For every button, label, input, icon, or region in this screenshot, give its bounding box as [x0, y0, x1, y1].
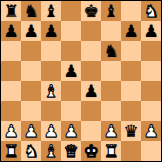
square-c4[interactable]: ♝ [41, 81, 61, 101]
square-a3[interactable] [1, 101, 21, 121]
square-h7[interactable]: ♟ [141, 21, 161, 41]
square-a2[interactable]: ♟ [1, 121, 21, 141]
square-d2[interactable]: ♟ [61, 121, 81, 141]
square-b1[interactable]: ♞ [21, 141, 41, 161]
white-pawn-a2[interactable]: ♟ [1, 121, 21, 141]
square-b3[interactable] [21, 101, 41, 121]
white-knight-b1[interactable]: ♞ [21, 141, 41, 161]
black-knight-f6[interactable]: ♞ [101, 41, 121, 61]
square-f5[interactable] [101, 61, 121, 81]
black-pawn-g7[interactable]: ♟ [121, 21, 141, 41]
white-rook-f1[interactable]: ♜ [101, 141, 121, 161]
black-bishop-c8[interactable]: ♝ [41, 1, 61, 21]
square-e8[interactable]: ♚ [81, 1, 101, 21]
square-f4[interactable] [101, 81, 121, 101]
square-c8[interactable]: ♝ [41, 1, 61, 21]
black-pawn-b7[interactable]: ♟ [21, 21, 41, 41]
black-bishop-f8[interactable]: ♝ [101, 1, 121, 21]
square-d3[interactable] [61, 101, 81, 121]
square-g3[interactable] [121, 101, 141, 121]
square-b8[interactable]: ♞ [21, 1, 41, 21]
white-pawn-c2[interactable]: ♟ [41, 121, 61, 141]
square-e3[interactable] [81, 101, 101, 121]
square-c7[interactable]: ♟ [41, 21, 61, 41]
square-h1[interactable] [141, 141, 161, 161]
square-e1[interactable]: ♚ [81, 141, 101, 161]
square-c2[interactable]: ♟ [41, 121, 61, 141]
square-d6[interactable] [61, 41, 81, 61]
square-c6[interactable] [41, 41, 61, 61]
white-king-e1[interactable]: ♚ [81, 141, 101, 161]
square-c1[interactable]: ♝ [41, 141, 61, 161]
square-g5[interactable] [121, 61, 141, 81]
square-c5[interactable] [41, 61, 61, 81]
black-king-e8[interactable]: ♚ [81, 1, 101, 21]
square-f1[interactable]: ♜ [101, 141, 121, 161]
square-g1[interactable] [121, 141, 141, 161]
square-d4[interactable] [61, 81, 81, 101]
white-bishop-c1[interactable]: ♝ [41, 141, 61, 161]
square-f6[interactable]: ♞ [101, 41, 121, 61]
chess-board: ♜♞♝♚♝♞♟♟♟♟♟♞♟♝♟♟♟♟♟♟♛♟♜♞♝♛♚♜ [1, 1, 161, 161]
square-b7[interactable]: ♟ [21, 21, 41, 41]
square-g8[interactable] [121, 1, 141, 21]
square-b6[interactable] [21, 41, 41, 61]
chess-board-frame: ♜♞♝♚♝♞♟♟♟♟♟♞♟♝♟♟♟♟♟♟♛♟♜♞♝♛♚♜ [0, 0, 162, 162]
square-d1[interactable]: ♛ [61, 141, 81, 161]
square-a5[interactable] [1, 61, 21, 81]
square-h5[interactable] [141, 61, 161, 81]
square-e6[interactable] [81, 41, 101, 61]
square-b4[interactable] [21, 81, 41, 101]
white-pawn-f2[interactable]: ♟ [101, 121, 121, 141]
square-d7[interactable] [61, 21, 81, 41]
white-knight-h8[interactable]: ♞ [141, 1, 161, 21]
square-f7[interactable] [101, 21, 121, 41]
square-h4[interactable] [141, 81, 161, 101]
square-h3[interactable] [141, 101, 161, 121]
white-pawn-h2[interactable]: ♟ [141, 121, 161, 141]
black-pawn-c7[interactable]: ♟ [41, 21, 61, 41]
square-e7[interactable] [81, 21, 101, 41]
square-g4[interactable] [121, 81, 141, 101]
square-h8[interactable]: ♞ [141, 1, 161, 21]
black-pawn-e4[interactable]: ♟ [81, 81, 101, 101]
square-a8[interactable]: ♜ [1, 1, 21, 21]
square-d8[interactable] [61, 1, 81, 21]
black-queen-g2[interactable]: ♛ [121, 121, 141, 141]
white-queen-d1[interactable]: ♛ [61, 141, 81, 161]
square-a7[interactable]: ♟ [1, 21, 21, 41]
square-b5[interactable] [21, 61, 41, 81]
white-pawn-d2[interactable]: ♟ [61, 121, 81, 141]
black-pawn-h7[interactable]: ♟ [141, 21, 161, 41]
square-e5[interactable] [81, 61, 101, 81]
square-e2[interactable] [81, 121, 101, 141]
square-f3[interactable] [101, 101, 121, 121]
square-f8[interactable]: ♝ [101, 1, 121, 21]
square-g7[interactable]: ♟ [121, 21, 141, 41]
white-bishop-c4[interactable]: ♝ [41, 81, 61, 101]
square-a1[interactable]: ♜ [1, 141, 21, 161]
square-f2[interactable]: ♟ [101, 121, 121, 141]
black-knight-b8[interactable]: ♞ [21, 1, 41, 21]
white-pawn-b2[interactable]: ♟ [21, 121, 41, 141]
square-e4[interactable]: ♟ [81, 81, 101, 101]
square-h2[interactable]: ♟ [141, 121, 161, 141]
black-rook-a8[interactable]: ♜ [1, 1, 21, 21]
white-rook-a1[interactable]: ♜ [1, 141, 21, 161]
black-pawn-d5[interactable]: ♟ [61, 61, 81, 81]
square-a4[interactable] [1, 81, 21, 101]
square-d5[interactable]: ♟ [61, 61, 81, 81]
square-a6[interactable] [1, 41, 21, 61]
square-g6[interactable] [121, 41, 141, 61]
square-h6[interactable] [141, 41, 161, 61]
square-c3[interactable] [41, 101, 61, 121]
black-pawn-a7[interactable]: ♟ [1, 21, 21, 41]
square-g2[interactable]: ♛ [121, 121, 141, 141]
square-b2[interactable]: ♟ [21, 121, 41, 141]
